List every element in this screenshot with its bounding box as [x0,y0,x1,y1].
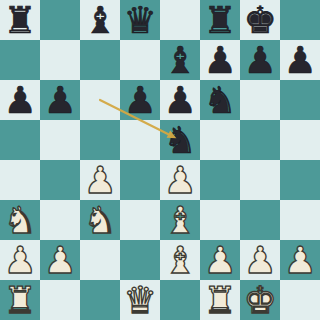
square-h7[interactable]: ♟ [280,40,320,80]
square-a2[interactable]: ♟ [0,240,40,280]
square-e1[interactable] [160,280,200,320]
square-e3[interactable]: ♝ [160,200,200,240]
square-f1[interactable]: ♜ [200,280,240,320]
chess-board: ♜♝♛♜♚♝♟♟♟♟♟♟♟♞♞♟♟♞♞♝♟♟♝♟♟♟♜♛♜♚ [0,0,320,320]
square-c5[interactable] [80,120,120,160]
square-d8[interactable]: ♛ [120,0,160,40]
square-e8[interactable] [160,0,200,40]
square-g5[interactable] [240,120,280,160]
square-f5[interactable] [200,120,240,160]
square-e6[interactable]: ♟ [160,80,200,120]
square-f4[interactable] [200,160,240,200]
square-g7[interactable]: ♟ [240,40,280,80]
square-a6[interactable]: ♟ [0,80,40,120]
black-pawn[interactable]: ♟ [120,80,160,120]
black-pawn[interactable]: ♟ [40,80,80,120]
white-pawn[interactable]: ♟ [160,160,200,200]
black-pawn[interactable]: ♟ [160,80,200,120]
square-b1[interactable] [40,280,80,320]
square-b7[interactable] [40,40,80,80]
square-b2[interactable]: ♟ [40,240,80,280]
white-pawn[interactable]: ♟ [200,240,240,280]
square-a1[interactable]: ♜ [0,280,40,320]
square-b6[interactable]: ♟ [40,80,80,120]
square-e4[interactable]: ♟ [160,160,200,200]
square-e2[interactable]: ♝ [160,240,200,280]
black-bishop[interactable]: ♝ [160,40,200,80]
white-pawn[interactable]: ♟ [0,240,40,280]
black-king[interactable]: ♚ [240,0,280,40]
black-pawn[interactable]: ♟ [240,40,280,80]
black-pawn[interactable]: ♟ [200,40,240,80]
black-knight[interactable]: ♞ [160,120,200,160]
white-pawn[interactable]: ♟ [40,240,80,280]
square-c3[interactable]: ♞ [80,200,120,240]
white-pawn[interactable]: ♟ [280,240,320,280]
square-g2[interactable]: ♟ [240,240,280,280]
square-c8[interactable]: ♝ [80,0,120,40]
black-queen[interactable]: ♛ [120,0,160,40]
square-h6[interactable] [280,80,320,120]
square-e7[interactable]: ♝ [160,40,200,80]
square-f8[interactable]: ♜ [200,0,240,40]
black-pawn[interactable]: ♟ [0,80,40,120]
white-bishop[interactable]: ♝ [160,240,200,280]
square-d5[interactable] [120,120,160,160]
white-king[interactable]: ♚ [240,280,280,320]
square-g3[interactable] [240,200,280,240]
black-rook[interactable]: ♜ [0,0,40,40]
white-bishop[interactable]: ♝ [160,200,200,240]
square-c7[interactable] [80,40,120,80]
square-f7[interactable]: ♟ [200,40,240,80]
square-b3[interactable] [40,200,80,240]
square-a8[interactable]: ♜ [0,0,40,40]
black-knight[interactable]: ♞ [200,80,240,120]
square-h5[interactable] [280,120,320,160]
board-grid: ♜♝♛♜♚♝♟♟♟♟♟♟♟♞♞♟♟♞♞♝♟♟♝♟♟♟♜♛♜♚ [0,0,320,320]
square-g4[interactable] [240,160,280,200]
square-f2[interactable]: ♟ [200,240,240,280]
white-rook[interactable]: ♜ [0,280,40,320]
white-pawn[interactable]: ♟ [240,240,280,280]
black-rook[interactable]: ♜ [200,0,240,40]
square-d6[interactable]: ♟ [120,80,160,120]
square-a7[interactable] [0,40,40,80]
square-c2[interactable] [80,240,120,280]
square-h2[interactable]: ♟ [280,240,320,280]
square-b5[interactable] [40,120,80,160]
square-f3[interactable] [200,200,240,240]
square-h8[interactable] [280,0,320,40]
square-a3[interactable]: ♞ [0,200,40,240]
black-bishop[interactable]: ♝ [80,0,120,40]
square-f6[interactable]: ♞ [200,80,240,120]
square-b8[interactable] [40,0,80,40]
square-h4[interactable] [280,160,320,200]
black-pawn[interactable]: ♟ [280,40,320,80]
square-e5[interactable]: ♞ [160,120,200,160]
square-g6[interactable] [240,80,280,120]
square-d7[interactable] [120,40,160,80]
white-knight[interactable]: ♞ [0,200,40,240]
square-d4[interactable] [120,160,160,200]
square-a5[interactable] [0,120,40,160]
white-pawn[interactable]: ♟ [80,160,120,200]
square-h1[interactable] [280,280,320,320]
white-rook[interactable]: ♜ [200,280,240,320]
square-d2[interactable] [120,240,160,280]
square-d1[interactable]: ♛ [120,280,160,320]
square-d3[interactable] [120,200,160,240]
square-g1[interactable]: ♚ [240,280,280,320]
square-c4[interactable]: ♟ [80,160,120,200]
white-queen[interactable]: ♛ [120,280,160,320]
square-b4[interactable] [40,160,80,200]
square-g8[interactable]: ♚ [240,0,280,40]
square-c1[interactable] [80,280,120,320]
square-h3[interactable] [280,200,320,240]
square-a4[interactable] [0,160,40,200]
white-knight[interactable]: ♞ [80,200,120,240]
square-c6[interactable] [80,80,120,120]
